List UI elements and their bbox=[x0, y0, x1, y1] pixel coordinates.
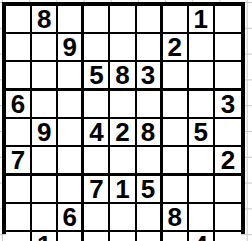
cell-r8c6[interactable] bbox=[137, 204, 163, 232]
cell-r7c1[interactable] bbox=[6, 176, 32, 204]
cell-r2c9[interactable] bbox=[215, 34, 241, 62]
cell-r3c2[interactable] bbox=[32, 62, 58, 91]
cell-r9c3[interactable] bbox=[58, 232, 84, 241]
cell-r7c3[interactable] bbox=[58, 176, 84, 204]
cell-r7c9[interactable] bbox=[215, 176, 241, 204]
cell-r2c2[interactable] bbox=[32, 34, 58, 62]
cell-r3c9[interactable] bbox=[215, 62, 241, 91]
cell-r1c2[interactable]: 8 bbox=[32, 6, 58, 34]
cell-r7c4[interactable]: 7 bbox=[84, 176, 110, 204]
cell-r8c9[interactable] bbox=[215, 204, 241, 232]
cell-r7c7[interactable] bbox=[163, 176, 189, 204]
cell-r2c8[interactable] bbox=[189, 34, 215, 62]
cell-r5c1[interactable] bbox=[6, 119, 32, 147]
cell-r2c7[interactable]: 2 bbox=[163, 34, 189, 62]
cell-r1c1[interactable] bbox=[6, 6, 32, 34]
cell-r6c9[interactable]: 2 bbox=[215, 147, 241, 176]
cell-r7c5[interactable]: 1 bbox=[110, 176, 136, 204]
cell-r8c1[interactable] bbox=[6, 204, 32, 232]
cell-r9c8[interactable]: 4 bbox=[189, 232, 215, 241]
cell-r3c1[interactable] bbox=[6, 62, 32, 91]
cell-r8c8[interactable] bbox=[189, 204, 215, 232]
cell-r3c6[interactable]: 3 bbox=[137, 62, 163, 91]
cell-r2c1[interactable] bbox=[6, 34, 32, 62]
cell-r6c5[interactable] bbox=[110, 147, 136, 176]
cell-r6c4[interactable] bbox=[84, 147, 110, 176]
cell-r9c2[interactable]: 1 bbox=[32, 232, 58, 241]
cell-r4c8[interactable] bbox=[189, 91, 215, 119]
cell-r5c8[interactable]: 5 bbox=[189, 119, 215, 147]
cell-r9c6[interactable] bbox=[137, 232, 163, 241]
cell-r4c9[interactable]: 3 bbox=[215, 91, 241, 119]
cell-r2c5[interactable] bbox=[110, 34, 136, 62]
cell-r1c6[interactable] bbox=[137, 6, 163, 34]
cell-r4c4[interactable] bbox=[84, 91, 110, 119]
cell-r5c2[interactable]: 9 bbox=[32, 119, 58, 147]
cell-r9c1[interactable] bbox=[6, 232, 32, 241]
cell-r5c4[interactable]: 4 bbox=[84, 119, 110, 147]
cell-r5c9[interactable] bbox=[215, 119, 241, 147]
cell-r8c5[interactable] bbox=[110, 204, 136, 232]
cell-r6c8[interactable] bbox=[189, 147, 215, 176]
cell-r7c2[interactable] bbox=[32, 176, 58, 204]
cell-r6c7[interactable] bbox=[163, 147, 189, 176]
cell-r3c5[interactable]: 8 bbox=[110, 62, 136, 91]
cell-r9c4[interactable] bbox=[84, 232, 110, 241]
cell-r6c2[interactable] bbox=[32, 147, 58, 176]
cell-r1c5[interactable] bbox=[110, 6, 136, 34]
cell-r6c3[interactable] bbox=[58, 147, 84, 176]
cell-r7c8[interactable] bbox=[189, 176, 215, 204]
cell-r2c3[interactable]: 9 bbox=[58, 34, 84, 62]
cell-r6c1[interactable]: 7 bbox=[6, 147, 32, 176]
cell-r4c6[interactable] bbox=[137, 91, 163, 119]
cell-r8c2[interactable] bbox=[32, 204, 58, 232]
cell-r5c3[interactable] bbox=[58, 119, 84, 147]
cell-r3c7[interactable] bbox=[163, 62, 189, 91]
cell-r5c6[interactable]: 8 bbox=[137, 119, 163, 147]
cell-r9c7[interactable] bbox=[163, 232, 189, 241]
cell-r8c7[interactable]: 8 bbox=[163, 204, 189, 232]
cell-r9c5[interactable] bbox=[110, 232, 136, 241]
cell-r8c4[interactable] bbox=[84, 204, 110, 232]
cell-r1c8[interactable]: 1 bbox=[189, 6, 215, 34]
cell-r4c7[interactable] bbox=[163, 91, 189, 119]
cell-r3c8[interactable] bbox=[189, 62, 215, 91]
cell-r4c2[interactable] bbox=[32, 91, 58, 119]
cell-r7c6[interactable]: 5 bbox=[137, 176, 163, 204]
cell-r4c5[interactable] bbox=[110, 91, 136, 119]
cell-r2c6[interactable] bbox=[137, 34, 163, 62]
cell-r6c6[interactable] bbox=[137, 147, 163, 176]
cell-r1c7[interactable] bbox=[163, 6, 189, 34]
cell-r9c9[interactable] bbox=[215, 232, 241, 241]
cell-r1c9[interactable] bbox=[215, 6, 241, 34]
cell-r1c3[interactable] bbox=[58, 6, 84, 34]
sudoku-board: 81925836394285727156814 bbox=[2, 2, 245, 234]
cell-r3c3[interactable] bbox=[58, 62, 84, 91]
cell-r2c4[interactable] bbox=[84, 34, 110, 62]
cell-r4c3[interactable] bbox=[58, 91, 84, 119]
cell-r4c1[interactable]: 6 bbox=[6, 91, 32, 119]
cell-r5c7[interactable] bbox=[163, 119, 189, 147]
cell-r1c4[interactable] bbox=[84, 6, 110, 34]
cell-r3c4[interactable]: 5 bbox=[84, 62, 110, 91]
cell-r5c5[interactable]: 2 bbox=[110, 119, 136, 147]
cell-r8c3[interactable]: 6 bbox=[58, 204, 84, 232]
